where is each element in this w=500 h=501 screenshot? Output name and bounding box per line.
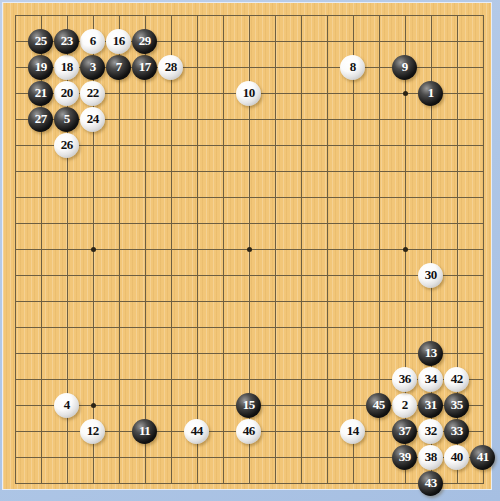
move-number: 4 — [64, 397, 70, 413]
move-number: 1 — [428, 85, 434, 101]
move-number: 37 — [399, 423, 411, 439]
stone-white-40[interactable]: 40 — [444, 445, 469, 470]
move-number: 23 — [61, 33, 73, 49]
move-number: 42 — [451, 371, 463, 387]
stone-black-15[interactable]: 15 — [236, 393, 261, 418]
stone-white-12[interactable]: 12 — [80, 419, 105, 444]
move-number: 41 — [477, 449, 489, 465]
move-number: 7 — [116, 59, 122, 75]
move-number: 36 — [399, 371, 411, 387]
move-number: 9 — [402, 59, 408, 75]
stone-black-35[interactable]: 35 — [444, 393, 469, 418]
stone-black-41[interactable]: 41 — [470, 445, 495, 470]
stone-black-5[interactable]: 5 — [54, 107, 79, 132]
stone-white-24[interactable]: 24 — [80, 107, 105, 132]
stone-white-10[interactable]: 10 — [236, 81, 261, 106]
move-number: 46 — [243, 423, 255, 439]
move-number: 25 — [35, 33, 47, 49]
stone-white-6[interactable]: 6 — [80, 29, 105, 54]
stone-black-27[interactable]: 27 — [28, 107, 53, 132]
stone-black-43[interactable]: 43 — [418, 471, 443, 496]
move-number: 40 — [451, 449, 463, 465]
go-diagram-window: 1234567891011121314151617181920212223242… — [0, 0, 500, 501]
stone-white-44[interactable]: 44 — [184, 419, 209, 444]
stone-black-23[interactable]: 23 — [54, 29, 79, 54]
move-number: 26 — [61, 137, 73, 153]
move-number: 38 — [425, 449, 437, 465]
stone-white-28[interactable]: 28 — [158, 55, 183, 80]
move-number: 15 — [243, 397, 255, 413]
stone-black-31[interactable]: 31 — [418, 393, 443, 418]
stone-black-39[interactable]: 39 — [392, 445, 417, 470]
move-number: 27 — [35, 111, 47, 127]
move-number: 14 — [347, 423, 359, 439]
stone-white-4[interactable]: 4 — [54, 393, 79, 418]
move-number: 30 — [425, 267, 437, 283]
stone-white-38[interactable]: 38 — [418, 445, 443, 470]
move-number: 24 — [87, 111, 99, 127]
move-number: 29 — [139, 33, 151, 49]
move-number: 6 — [90, 33, 96, 49]
stone-white-20[interactable]: 20 — [54, 81, 79, 106]
move-number: 33 — [451, 423, 463, 439]
stone-black-11[interactable]: 11 — [132, 419, 157, 444]
move-number: 39 — [399, 449, 411, 465]
stone-black-7[interactable]: 7 — [106, 55, 131, 80]
stone-white-14[interactable]: 14 — [340, 419, 365, 444]
move-number: 21 — [35, 85, 47, 101]
move-number: 43 — [425, 475, 437, 491]
stone-white-34[interactable]: 34 — [418, 367, 443, 392]
stone-white-16[interactable]: 16 — [106, 29, 131, 54]
stone-black-29[interactable]: 29 — [132, 29, 157, 54]
move-number: 3 — [90, 59, 96, 75]
move-number: 2 — [402, 397, 408, 413]
move-number: 18 — [61, 59, 73, 75]
move-number: 28 — [165, 59, 177, 75]
stone-black-9[interactable]: 9 — [392, 55, 417, 80]
stone-white-8[interactable]: 8 — [340, 55, 365, 80]
move-number: 31 — [425, 397, 437, 413]
move-number: 22 — [87, 85, 99, 101]
move-number: 34 — [425, 371, 437, 387]
move-number: 20 — [61, 85, 73, 101]
stone-black-19[interactable]: 19 — [28, 55, 53, 80]
move-number: 16 — [113, 33, 125, 49]
move-number: 10 — [243, 85, 255, 101]
move-number: 11 — [139, 423, 150, 439]
stone-white-22[interactable]: 22 — [80, 81, 105, 106]
stone-black-25[interactable]: 25 — [28, 29, 53, 54]
stone-white-18[interactable]: 18 — [54, 55, 79, 80]
move-number: 19 — [35, 59, 47, 75]
stone-black-17[interactable]: 17 — [132, 55, 157, 80]
move-number: 5 — [64, 111, 70, 127]
stone-white-32[interactable]: 32 — [418, 419, 443, 444]
move-number: 45 — [373, 397, 385, 413]
move-number: 8 — [350, 59, 356, 75]
stone-white-42[interactable]: 42 — [444, 367, 469, 392]
stone-black-21[interactable]: 21 — [28, 81, 53, 106]
stone-black-37[interactable]: 37 — [392, 419, 417, 444]
stone-white-46[interactable]: 46 — [236, 419, 261, 444]
move-number: 17 — [139, 59, 151, 75]
move-number: 32 — [425, 423, 437, 439]
stone-black-45[interactable]: 45 — [366, 393, 391, 418]
move-number: 12 — [87, 423, 99, 439]
stone-black-33[interactable]: 33 — [444, 419, 469, 444]
stone-black-3[interactable]: 3 — [80, 55, 105, 80]
stone-white-36[interactable]: 36 — [392, 367, 417, 392]
move-number: 13 — [425, 345, 437, 361]
stone-white-2[interactable]: 2 — [392, 393, 417, 418]
stone-black-13[interactable]: 13 — [418, 341, 443, 366]
stone-white-26[interactable]: 26 — [54, 133, 79, 158]
move-number: 35 — [451, 397, 463, 413]
move-number: 44 — [191, 423, 203, 439]
stone-white-30[interactable]: 30 — [418, 263, 443, 288]
go-board[interactable]: 1234567891011121314151617181920212223242… — [3, 3, 491, 489]
stone-black-1[interactable]: 1 — [418, 81, 443, 106]
